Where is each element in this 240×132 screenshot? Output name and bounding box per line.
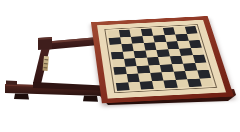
- square-grid: [107, 26, 213, 91]
- board-pinstripe: [104, 24, 217, 93]
- square-h1: [199, 78, 213, 87]
- board-border: [97, 20, 226, 99]
- rail-foot-left: [14, 93, 29, 99]
- chess-table-photo: [0, 0, 240, 132]
- rail-foot-right: [83, 96, 98, 102]
- rail-end-block: [6, 81, 17, 86]
